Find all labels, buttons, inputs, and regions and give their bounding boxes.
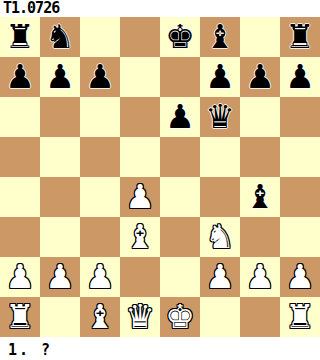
white-bishop-piece: ♝	[125, 217, 155, 257]
square-c3[interactable]	[80, 217, 120, 257]
black-pawn-piece: ♟	[205, 57, 235, 97]
square-c8[interactable]	[80, 17, 120, 57]
white-queen-piece: ♛	[125, 297, 155, 337]
square-b8[interactable]: ♞	[40, 17, 80, 57]
square-e1[interactable]: ♚	[160, 297, 200, 337]
square-g3[interactable]	[240, 217, 280, 257]
square-h1[interactable]: ♜	[280, 297, 320, 337]
white-pawn-piece: ♟	[285, 257, 315, 297]
square-g6[interactable]	[240, 97, 280, 137]
black-rook-piece: ♜	[5, 17, 35, 57]
square-c7[interactable]: ♟	[80, 57, 120, 97]
chess-app-window: T1.0726 ♜♞♚♝♜♟♟♟♟♟♟♟♛♟♝♝♞♟♟♟♟♟♟♜♝♛♚♜ 1. …	[0, 0, 320, 360]
square-d2[interactable]	[120, 257, 160, 297]
white-pawn-piece: ♟	[125, 177, 155, 217]
white-pawn-piece: ♟	[245, 257, 275, 297]
square-b5[interactable]	[40, 137, 80, 177]
black-pawn-piece: ♟	[5, 57, 35, 97]
white-rook-piece: ♜	[285, 297, 315, 337]
square-d8[interactable]	[120, 17, 160, 57]
square-a4[interactable]	[0, 177, 40, 217]
square-f2[interactable]: ♟	[200, 257, 240, 297]
black-queen-piece: ♛	[205, 97, 235, 137]
square-a5[interactable]	[0, 137, 40, 177]
square-c2[interactable]: ♟	[80, 257, 120, 297]
black-rook-piece: ♜	[285, 17, 315, 57]
puzzle-title: T1.0726	[0, 0, 320, 17]
square-g5[interactable]	[240, 137, 280, 177]
square-b6[interactable]	[40, 97, 80, 137]
black-bishop-piece: ♝	[205, 17, 235, 57]
white-pawn-piece: ♟	[85, 257, 115, 297]
square-a3[interactable]	[0, 217, 40, 257]
square-h3[interactable]	[280, 217, 320, 257]
white-rook-piece: ♜	[5, 297, 35, 337]
white-bishop-piece: ♝	[85, 297, 115, 337]
chess-board: ♜♞♚♝♜♟♟♟♟♟♟♟♛♟♝♝♞♟♟♟♟♟♟♜♝♛♚♜	[0, 17, 320, 337]
square-e7[interactable]	[160, 57, 200, 97]
white-pawn-piece: ♟	[205, 257, 235, 297]
black-pawn-piece: ♟	[85, 57, 115, 97]
square-a6[interactable]	[0, 97, 40, 137]
move-prompt: 1. ?	[0, 337, 320, 360]
square-e2[interactable]	[160, 257, 200, 297]
square-f7[interactable]: ♟	[200, 57, 240, 97]
square-g4[interactable]: ♝	[240, 177, 280, 217]
white-pawn-piece: ♟	[45, 257, 75, 297]
square-g2[interactable]: ♟	[240, 257, 280, 297]
square-b7[interactable]: ♟	[40, 57, 80, 97]
black-pawn-piece: ♟	[245, 57, 275, 97]
square-a2[interactable]: ♟	[0, 257, 40, 297]
square-d6[interactable]	[120, 97, 160, 137]
square-e3[interactable]	[160, 217, 200, 257]
square-d7[interactable]	[120, 57, 160, 97]
square-a8[interactable]: ♜	[0, 17, 40, 57]
white-king-piece: ♚	[165, 297, 195, 337]
white-knight-piece: ♞	[205, 217, 235, 257]
square-h7[interactable]: ♟	[280, 57, 320, 97]
black-pawn-piece: ♟	[45, 57, 75, 97]
square-g8[interactable]	[240, 17, 280, 57]
square-b4[interactable]	[40, 177, 80, 217]
square-e6[interactable]: ♟	[160, 97, 200, 137]
black-bishop-piece: ♝	[245, 177, 275, 217]
square-h4[interactable]	[280, 177, 320, 217]
square-g7[interactable]: ♟	[240, 57, 280, 97]
square-e4[interactable]	[160, 177, 200, 217]
square-h2[interactable]: ♟	[280, 257, 320, 297]
square-d4[interactable]: ♟	[120, 177, 160, 217]
black-knight-piece: ♞	[45, 17, 75, 57]
square-b2[interactable]: ♟	[40, 257, 80, 297]
square-b1[interactable]	[40, 297, 80, 337]
square-f1[interactable]	[200, 297, 240, 337]
square-a7[interactable]: ♟	[0, 57, 40, 97]
square-h5[interactable]	[280, 137, 320, 177]
square-d3[interactable]: ♝	[120, 217, 160, 257]
square-f5[interactable]	[200, 137, 240, 177]
square-e5[interactable]	[160, 137, 200, 177]
square-c6[interactable]	[80, 97, 120, 137]
square-d5[interactable]	[120, 137, 160, 177]
square-h8[interactable]: ♜	[280, 17, 320, 57]
square-e8[interactable]: ♚	[160, 17, 200, 57]
square-f4[interactable]	[200, 177, 240, 217]
square-c5[interactable]	[80, 137, 120, 177]
square-b3[interactable]	[40, 217, 80, 257]
square-c1[interactable]: ♝	[80, 297, 120, 337]
square-f3[interactable]: ♞	[200, 217, 240, 257]
white-pawn-piece: ♟	[5, 257, 35, 297]
black-pawn-piece: ♟	[165, 97, 195, 137]
black-pawn-piece: ♟	[285, 57, 315, 97]
square-d1[interactable]: ♛	[120, 297, 160, 337]
square-h6[interactable]	[280, 97, 320, 137]
square-f8[interactable]: ♝	[200, 17, 240, 57]
square-g1[interactable]	[240, 297, 280, 337]
black-king-piece: ♚	[165, 17, 195, 57]
square-c4[interactable]	[80, 177, 120, 217]
square-f6[interactable]: ♛	[200, 97, 240, 137]
square-a1[interactable]: ♜	[0, 297, 40, 337]
